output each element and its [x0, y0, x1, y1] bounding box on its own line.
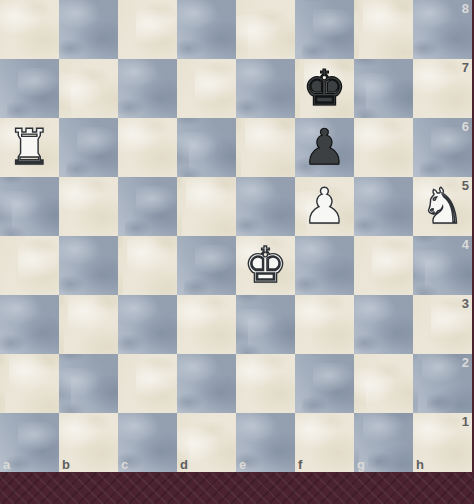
square-f8[interactable] [295, 0, 354, 59]
square-d8[interactable] [177, 0, 236, 59]
square-a4[interactable] [0, 236, 59, 295]
file-label-h: h [416, 457, 424, 472]
square-c1[interactable]: c [118, 413, 177, 472]
square-c4[interactable] [118, 236, 177, 295]
square-a8[interactable] [0, 0, 59, 59]
square-e8[interactable] [236, 0, 295, 59]
square-c8[interactable] [118, 0, 177, 59]
square-a7[interactable] [0, 59, 59, 118]
square-e7[interactable] [236, 59, 295, 118]
square-d6[interactable] [177, 118, 236, 177]
square-b7[interactable] [59, 59, 118, 118]
rank-label-2: 2 [462, 355, 469, 370]
square-c7[interactable] [118, 59, 177, 118]
square-g5[interactable] [354, 177, 413, 236]
white-pawn[interactable]: ♟ [295, 177, 354, 236]
rank-label-3: 3 [462, 296, 469, 311]
square-b4[interactable] [59, 236, 118, 295]
square-h3[interactable]: 3 [413, 295, 472, 354]
black-pawn[interactable]: ♟ [295, 118, 354, 177]
square-f1[interactable]: f [295, 413, 354, 472]
square-b3[interactable] [59, 295, 118, 354]
file-label-b: b [62, 457, 70, 472]
file-label-d: d [180, 457, 188, 472]
white-knight[interactable]: ♞ [413, 177, 472, 236]
board-bottom-frame [0, 472, 474, 504]
chess-app: 8♚7♜♟6♟5♞♚432abcdefg1h [0, 0, 474, 504]
square-f7[interactable]: ♚ [295, 59, 354, 118]
square-a2[interactable] [0, 354, 59, 413]
white-rook[interactable]: ♜ [0, 118, 59, 177]
white-king[interactable]: ♚ [236, 236, 295, 295]
square-e2[interactable] [236, 354, 295, 413]
square-a6[interactable]: ♜ [0, 118, 59, 177]
square-c3[interactable] [118, 295, 177, 354]
square-d7[interactable] [177, 59, 236, 118]
rank-label-4: 4 [462, 237, 469, 252]
square-f6[interactable]: ♟ [295, 118, 354, 177]
file-label-g: g [357, 457, 365, 472]
square-h1[interactable]: 1h [413, 413, 472, 472]
square-e5[interactable] [236, 177, 295, 236]
square-d4[interactable] [177, 236, 236, 295]
square-g8[interactable] [354, 0, 413, 59]
black-king[interactable]: ♚ [295, 59, 354, 118]
square-d5[interactable] [177, 177, 236, 236]
chess-board: 8♚7♜♟6♟5♞♚432abcdefg1h [0, 0, 472, 472]
square-b8[interactable] [59, 0, 118, 59]
square-h4[interactable]: 4 [413, 236, 472, 295]
square-h6[interactable]: 6 [413, 118, 472, 177]
square-a1[interactable]: a [0, 413, 59, 472]
square-h5[interactable]: 5♞ [413, 177, 472, 236]
square-c5[interactable] [118, 177, 177, 236]
square-d2[interactable] [177, 354, 236, 413]
square-e1[interactable]: e [236, 413, 295, 472]
square-e6[interactable] [236, 118, 295, 177]
square-g1[interactable]: g [354, 413, 413, 472]
file-label-a: a [3, 457, 10, 472]
file-label-f: f [298, 457, 302, 472]
square-c2[interactable] [118, 354, 177, 413]
square-g2[interactable] [354, 354, 413, 413]
square-g4[interactable] [354, 236, 413, 295]
square-h8[interactable]: 8 [413, 0, 472, 59]
file-label-c: c [121, 457, 128, 472]
square-e3[interactable] [236, 295, 295, 354]
rank-label-7: 7 [462, 60, 469, 75]
square-d3[interactable] [177, 295, 236, 354]
square-a3[interactable] [0, 295, 59, 354]
square-g6[interactable] [354, 118, 413, 177]
square-f4[interactable] [295, 236, 354, 295]
square-b5[interactable] [59, 177, 118, 236]
square-f5[interactable]: ♟ [295, 177, 354, 236]
square-a5[interactable] [0, 177, 59, 236]
square-f2[interactable] [295, 354, 354, 413]
square-g7[interactable] [354, 59, 413, 118]
rank-label-6: 6 [462, 119, 469, 134]
square-h2[interactable]: 2 [413, 354, 472, 413]
square-b1[interactable]: b [59, 413, 118, 472]
square-f3[interactable] [295, 295, 354, 354]
square-d1[interactable]: d [177, 413, 236, 472]
square-c6[interactable] [118, 118, 177, 177]
square-b6[interactable] [59, 118, 118, 177]
square-h7[interactable]: 7 [413, 59, 472, 118]
rank-label-1: 1 [462, 414, 469, 429]
file-label-e: e [239, 457, 246, 472]
square-g3[interactable] [354, 295, 413, 354]
square-e4[interactable]: ♚ [236, 236, 295, 295]
square-b2[interactable] [59, 354, 118, 413]
rank-label-8: 8 [462, 1, 469, 16]
